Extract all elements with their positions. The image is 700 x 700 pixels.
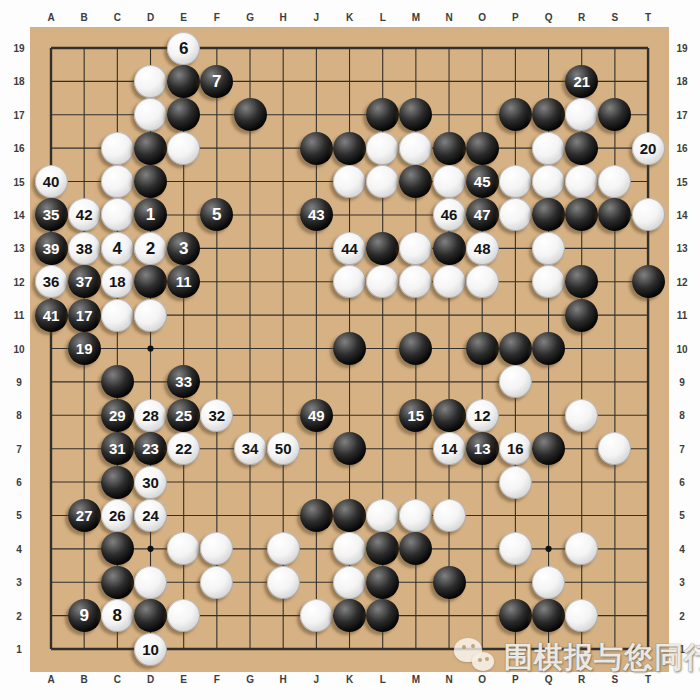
stone-white-C16 (101, 132, 134, 165)
coord-label-left: 14 (13, 209, 24, 220)
stone-black-J5 (300, 499, 333, 532)
coord-label-left: 19 (13, 43, 24, 54)
stone-black-O7-move-13: 13 (466, 432, 499, 465)
stone-black-D15 (134, 165, 167, 198)
stone-white-R8 (565, 399, 598, 432)
stone-black-B10-move-19: 19 (68, 332, 101, 365)
coord-label-top: A (47, 12, 54, 23)
coord-label-left: 13 (13, 243, 24, 254)
stone-white-D8-move-28: 28 (134, 399, 167, 432)
coord-label-left: 9 (16, 376, 22, 387)
stone-black-C3 (101, 566, 134, 599)
coord-label-left: 16 (13, 143, 24, 154)
stone-black-K7 (333, 432, 366, 465)
stone-black-N8 (433, 399, 466, 432)
stone-white-P7-move-16: 16 (499, 432, 532, 465)
coord-label-left: 11 (14, 310, 25, 321)
stone-black-B11-move-17: 17 (68, 299, 101, 332)
stone-white-T14 (632, 198, 665, 231)
coord-label-bottom: E (180, 674, 187, 685)
stone-white-Q13 (532, 232, 565, 265)
coord-label-left: 6 (16, 477, 22, 488)
coord-label-right: 19 (676, 43, 687, 54)
coord-label-bottom: P (512, 674, 519, 685)
coord-label-bottom: L (380, 674, 386, 685)
stone-black-J8-move-49: 49 (300, 399, 333, 432)
coord-label-bottom: A (47, 674, 54, 685)
stone-black-A13-move-39: 39 (35, 232, 68, 265)
stone-white-F3 (200, 566, 233, 599)
stone-white-P6 (499, 466, 532, 499)
stone-white-L15 (366, 165, 399, 198)
stone-black-E18 (167, 65, 200, 98)
stone-white-H7-move-50: 50 (267, 432, 300, 465)
coord-label-right: 17 (676, 109, 687, 120)
stone-white-B13-move-38: 38 (68, 232, 101, 265)
coord-label-right: 9 (679, 376, 685, 387)
stone-black-L13 (366, 232, 399, 265)
stone-black-C8-move-29: 29 (101, 399, 134, 432)
coord-label-top: H (280, 12, 287, 23)
coord-label-bottom: F (214, 674, 220, 685)
stone-white-K15 (333, 165, 366, 198)
stone-black-N3 (433, 566, 466, 599)
stone-white-A12-move-36: 36 (35, 265, 68, 298)
stone-black-Q2 (532, 599, 565, 632)
coord-label-bottom: B (81, 674, 88, 685)
stone-white-O12 (466, 265, 499, 298)
stone-white-F8-move-32: 32 (200, 399, 233, 432)
stone-white-K13-move-44: 44 (333, 232, 366, 265)
coord-label-bottom: D (147, 674, 154, 685)
stone-white-G7-move-34: 34 (234, 432, 267, 465)
stone-white-J2 (300, 599, 333, 632)
stone-white-N5 (433, 499, 466, 532)
stone-black-R16 (565, 132, 598, 165)
coord-label-right: 7 (679, 443, 685, 454)
stone-white-P15 (499, 165, 532, 198)
coord-label-bottom: H (280, 674, 287, 685)
coord-label-right: 11 (677, 310, 688, 321)
coord-label-right: 15 (676, 176, 687, 187)
stone-white-M16 (399, 132, 432, 165)
stone-black-J16 (300, 132, 333, 165)
stone-black-B5-move-27: 27 (68, 499, 101, 532)
stone-black-K5 (333, 499, 366, 532)
coord-label-bottom: K (346, 674, 353, 685)
star-point (545, 546, 551, 552)
coord-label-bottom: G (246, 674, 254, 685)
coord-label-top: B (81, 12, 88, 23)
stone-black-C7-move-31: 31 (101, 432, 134, 465)
stone-black-P10 (499, 332, 532, 365)
coord-label-top: E (180, 12, 187, 23)
coord-label-left: 18 (13, 76, 24, 87)
stone-white-Q3 (532, 566, 565, 599)
stone-white-D5-move-24: 24 (134, 499, 167, 532)
coord-label-left: 2 (16, 610, 22, 621)
star-point (147, 546, 153, 552)
stone-white-D6-move-30: 30 (134, 466, 167, 499)
coord-label-top: C (114, 12, 121, 23)
stone-black-A14-move-35: 35 (35, 198, 68, 231)
coord-label-right: 1 (679, 644, 685, 655)
coord-label-top: O (478, 12, 486, 23)
coord-label-right: 18 (676, 76, 687, 87)
stone-white-C13-move-4: 4 (101, 232, 134, 265)
coord-label-top: T (645, 12, 651, 23)
stone-black-D12 (134, 265, 167, 298)
coord-label-top: N (445, 12, 452, 23)
coord-label-right: 16 (676, 143, 687, 154)
stone-white-H3 (267, 566, 300, 599)
coord-label-top: Q (545, 12, 553, 23)
coord-label-left: 1 (16, 644, 22, 655)
coord-label-top: R (578, 12, 585, 23)
stone-black-R11 (565, 299, 598, 332)
stone-white-D11 (134, 299, 167, 332)
stone-black-P2 (499, 599, 532, 632)
stone-white-C2-move-8: 8 (101, 599, 134, 632)
coord-label-right: 8 (679, 410, 685, 421)
stone-black-D7-move-23: 23 (134, 432, 167, 465)
stone-white-C12-move-18: 18 (101, 265, 134, 298)
stone-white-N7-move-14: 14 (433, 432, 466, 465)
star-point (147, 345, 153, 351)
stone-white-K12 (333, 265, 366, 298)
stone-black-Q7 (532, 432, 565, 465)
stone-black-C9 (101, 365, 134, 398)
stone-white-C5-move-26: 26 (101, 499, 134, 532)
stone-white-E19-move-6: 6 (167, 32, 200, 65)
coord-label-top: F (214, 12, 220, 23)
stone-black-A11-move-41: 41 (35, 299, 68, 332)
coord-label-top: D (147, 12, 154, 23)
stone-white-D1-move-10: 10 (134, 633, 167, 666)
stone-white-L5 (366, 499, 399, 532)
stone-white-A15-move-40: 40 (35, 165, 68, 198)
stone-black-K10 (333, 332, 366, 365)
stone-white-K3 (333, 566, 366, 599)
coord-label-top: S (612, 12, 619, 23)
coord-label-left: 12 (13, 276, 24, 287)
coord-label-left: 3 (16, 577, 22, 588)
stone-white-D18 (134, 65, 167, 98)
stone-black-Q10 (532, 332, 565, 365)
coord-label-right: 13 (676, 243, 687, 254)
coord-label-right: 12 (676, 276, 687, 287)
coord-label-right: 5 (679, 510, 685, 521)
stone-black-O16 (466, 132, 499, 165)
coord-label-right: 2 (679, 610, 685, 621)
stone-white-Q16 (532, 132, 565, 165)
stone-white-O13-move-48: 48 (466, 232, 499, 265)
coord-label-right: 3 (679, 577, 685, 588)
go-board-frame: AABBCCDDEEFFGGHHJJKKLLMMNNOOPPQQRRSSTT19… (0, 0, 700, 700)
stone-white-D3 (134, 566, 167, 599)
stone-black-C6 (101, 466, 134, 499)
stone-black-E8-move-25: 25 (167, 399, 200, 432)
coord-label-bottom: Q (545, 674, 553, 685)
coord-label-right: 4 (679, 543, 685, 554)
stone-black-E13-move-3: 3 (167, 232, 200, 265)
stone-black-O14-move-47: 47 (466, 198, 499, 231)
stone-black-D16 (134, 132, 167, 165)
stone-black-N16 (433, 132, 466, 165)
stone-black-K2 (333, 599, 366, 632)
coord-label-left: 10 (13, 343, 24, 354)
coord-label-bottom: O (478, 674, 486, 685)
stone-black-F18-move-7: 7 (200, 65, 233, 98)
stone-white-O8-move-12: 12 (466, 399, 499, 432)
stone-black-C4 (101, 532, 134, 565)
stone-white-N15 (433, 165, 466, 198)
stone-black-B2-move-9: 9 (68, 599, 101, 632)
coord-label-bottom: J (314, 674, 320, 685)
stone-black-G17 (234, 98, 267, 131)
coord-label-bottom: N (445, 674, 452, 685)
coord-label-left: 8 (16, 410, 22, 421)
stone-black-O15-move-45: 45 (466, 165, 499, 198)
stone-white-P4 (499, 532, 532, 565)
coord-label-left: 17 (13, 109, 24, 120)
coord-label-bottom: M (412, 674, 420, 685)
stone-white-C11 (101, 299, 134, 332)
coord-label-bottom: S (612, 674, 619, 685)
stone-white-E16 (167, 132, 200, 165)
coord-label-top: L (380, 12, 386, 23)
stone-black-N13 (433, 232, 466, 265)
stone-black-L3 (366, 566, 399, 599)
stone-black-O10 (466, 332, 499, 365)
coord-label-top: G (246, 12, 254, 23)
stone-black-R18-move-21: 21 (565, 65, 598, 98)
coord-label-right: 10 (676, 343, 687, 354)
stone-white-D13-move-2: 2 (134, 232, 167, 265)
coord-label-left: 15 (13, 176, 24, 187)
stone-black-D2 (134, 599, 167, 632)
stone-white-Q15 (532, 165, 565, 198)
coord-label-top: M (412, 12, 420, 23)
stone-white-L16 (366, 132, 399, 165)
stone-white-B14-move-42: 42 (68, 198, 101, 231)
coord-label-top: J (314, 12, 320, 23)
coord-label-left: 7 (16, 443, 22, 454)
coord-label-bottom: R (578, 674, 585, 685)
coord-label-top: P (512, 12, 519, 23)
coord-label-bottom: T (645, 674, 651, 685)
coord-label-top: K (346, 12, 353, 23)
stone-black-K16 (333, 132, 366, 165)
coord-label-right: 6 (679, 477, 685, 488)
coord-label-left: 4 (16, 543, 22, 554)
coord-label-bottom: C (114, 674, 121, 685)
stone-black-M8-move-15: 15 (399, 399, 432, 432)
stone-white-H4 (267, 532, 300, 565)
coord-label-left: 5 (16, 510, 22, 521)
stone-white-M13 (399, 232, 432, 265)
stone-black-B12-move-37: 37 (68, 265, 101, 298)
stone-black-P17 (499, 98, 532, 131)
stone-white-N12 (433, 265, 466, 298)
coord-label-right: 14 (676, 209, 687, 220)
stone-white-C15 (101, 165, 134, 198)
stone-black-T12 (632, 265, 665, 298)
stone-white-T16-move-20: 20 (632, 132, 665, 165)
stone-white-N14-move-46: 46 (433, 198, 466, 231)
